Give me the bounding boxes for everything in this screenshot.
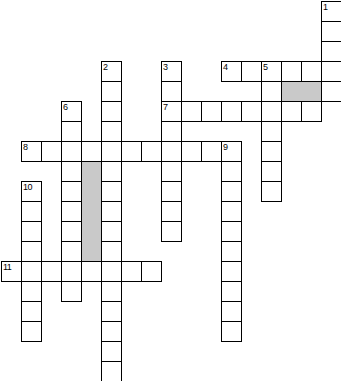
crossword-cell[interactable] bbox=[61, 141, 82, 162]
crossword-cell[interactable] bbox=[321, 81, 341, 102]
crossword-cell[interactable] bbox=[141, 141, 162, 162]
crossword-cell[interactable] bbox=[221, 321, 242, 342]
crossword-cell[interactable] bbox=[221, 181, 242, 202]
crossword-cell[interactable] bbox=[321, 41, 341, 62]
crossword-cell[interactable] bbox=[61, 221, 82, 242]
crossword-cell[interactable] bbox=[101, 321, 122, 342]
clue-number-3: 3 bbox=[163, 63, 168, 72]
crossword-cell[interactable]: 11 bbox=[1, 261, 22, 282]
crossword-cell[interactable] bbox=[101, 81, 122, 102]
crossword-cell[interactable] bbox=[321, 21, 341, 42]
clue-number-2: 2 bbox=[103, 63, 108, 72]
crossword-cell[interactable] bbox=[21, 281, 42, 302]
crossword-cell[interactable] bbox=[101, 101, 122, 122]
crossword-cell[interactable] bbox=[261, 101, 282, 122]
crossword-cell[interactable] bbox=[181, 101, 202, 122]
crossword-cell[interactable] bbox=[301, 101, 322, 122]
crossword-cell[interactable] bbox=[221, 241, 242, 262]
crossword-cell[interactable]: 3 bbox=[161, 61, 182, 82]
crossword-cell[interactable] bbox=[21, 241, 42, 262]
crossword-cell[interactable] bbox=[21, 261, 42, 282]
clue-number-9: 9 bbox=[223, 143, 228, 152]
crossword-cell[interactable] bbox=[241, 101, 262, 122]
crossword-board: 1234567891011 bbox=[0, 0, 341, 381]
crossword-cell[interactable] bbox=[221, 161, 242, 182]
crossword-cell[interactable]: 6 bbox=[61, 101, 82, 122]
crossword-cell[interactable] bbox=[221, 221, 242, 242]
crossword-cell[interactable]: 9 bbox=[221, 141, 242, 162]
clue-number-10: 10 bbox=[23, 183, 32, 192]
crossword-cell[interactable] bbox=[21, 221, 42, 242]
crossword-cell[interactable] bbox=[101, 121, 122, 142]
crossword-cell[interactable] bbox=[61, 281, 82, 302]
crossword-cell[interactable] bbox=[21, 301, 42, 322]
crossword-cell[interactable] bbox=[81, 261, 102, 282]
crossword-cell[interactable] bbox=[261, 181, 282, 202]
crossword-cell[interactable] bbox=[101, 141, 122, 162]
crossword-cell[interactable] bbox=[261, 81, 282, 102]
crossword-cell[interactable] bbox=[61, 121, 82, 142]
crossword-cell[interactable] bbox=[281, 101, 302, 122]
clue-number-4: 4 bbox=[223, 63, 228, 72]
crossword-cell[interactable] bbox=[301, 61, 322, 82]
crossword-cell[interactable] bbox=[161, 81, 182, 102]
crossword-cell[interactable] bbox=[221, 281, 242, 302]
clue-number-7: 7 bbox=[163, 103, 168, 112]
crossword-cell[interactable] bbox=[101, 201, 122, 222]
crossword-cell[interactable]: 8 bbox=[21, 141, 42, 162]
crossword-cell[interactable] bbox=[61, 201, 82, 222]
crossword-cell[interactable] bbox=[121, 261, 142, 282]
crossword-cell[interactable] bbox=[101, 161, 122, 182]
crossword-cell[interactable] bbox=[161, 161, 182, 182]
crossword-cell[interactable] bbox=[61, 181, 82, 202]
crossword-cell[interactable] bbox=[61, 261, 82, 282]
crossword-cell[interactable] bbox=[161, 121, 182, 142]
crossword-cell[interactable] bbox=[161, 201, 182, 222]
crossword-cell[interactable] bbox=[141, 261, 162, 282]
crossword-cell[interactable] bbox=[321, 61, 341, 82]
clue-number-8: 8 bbox=[23, 143, 28, 152]
crossword-cell[interactable] bbox=[41, 261, 62, 282]
shaded-cell-block bbox=[81, 161, 102, 262]
crossword-cell[interactable]: 1 bbox=[321, 1, 341, 22]
crossword-cell[interactable] bbox=[101, 221, 122, 242]
crossword-cell[interactable] bbox=[261, 121, 282, 142]
crossword-cell[interactable] bbox=[61, 241, 82, 262]
crossword-cell[interactable] bbox=[221, 301, 242, 322]
crossword-cell[interactable] bbox=[201, 141, 222, 162]
crossword-cell[interactable] bbox=[201, 101, 222, 122]
clue-number-11: 11 bbox=[3, 263, 11, 272]
crossword-cell[interactable] bbox=[121, 141, 142, 162]
crossword-cell[interactable] bbox=[101, 241, 122, 262]
crossword-cell[interactable]: 2 bbox=[101, 61, 122, 82]
crossword-cell[interactable] bbox=[281, 61, 302, 82]
crossword-cell[interactable] bbox=[221, 101, 242, 122]
crossword-cell[interactable] bbox=[261, 141, 282, 162]
crossword-cell[interactable] bbox=[101, 261, 122, 282]
clue-number-1: 1 bbox=[323, 3, 328, 12]
clue-number-6: 6 bbox=[63, 103, 68, 112]
crossword-cell[interactable]: 7 bbox=[161, 101, 182, 122]
crossword-cell[interactable] bbox=[101, 281, 122, 302]
crossword-cell[interactable] bbox=[61, 161, 82, 182]
crossword-cell[interactable] bbox=[81, 141, 102, 162]
crossword-cell[interactable] bbox=[221, 261, 242, 282]
crossword-cell[interactable] bbox=[261, 161, 282, 182]
crossword-cell[interactable] bbox=[241, 61, 262, 82]
crossword-cell[interactable] bbox=[221, 201, 242, 222]
clue-number-5: 5 bbox=[263, 63, 268, 72]
crossword-cell[interactable] bbox=[101, 301, 122, 322]
crossword-cell[interactable] bbox=[21, 201, 42, 222]
crossword-cell[interactable]: 4 bbox=[221, 61, 242, 82]
shaded-cell-block bbox=[281, 81, 322, 102]
crossword-cell[interactable] bbox=[181, 141, 202, 162]
crossword-cell[interactable] bbox=[161, 141, 182, 162]
crossword-cell[interactable] bbox=[101, 361, 122, 381]
crossword-cell[interactable] bbox=[41, 141, 62, 162]
crossword-cell[interactable] bbox=[161, 221, 182, 242]
crossword-cell[interactable] bbox=[21, 321, 42, 342]
crossword-cell[interactable] bbox=[101, 181, 122, 202]
crossword-cell[interactable]: 5 bbox=[261, 61, 282, 82]
crossword-cell[interactable] bbox=[101, 341, 122, 362]
crossword-cell[interactable] bbox=[161, 181, 182, 202]
crossword-cell[interactable]: 10 bbox=[21, 181, 42, 202]
